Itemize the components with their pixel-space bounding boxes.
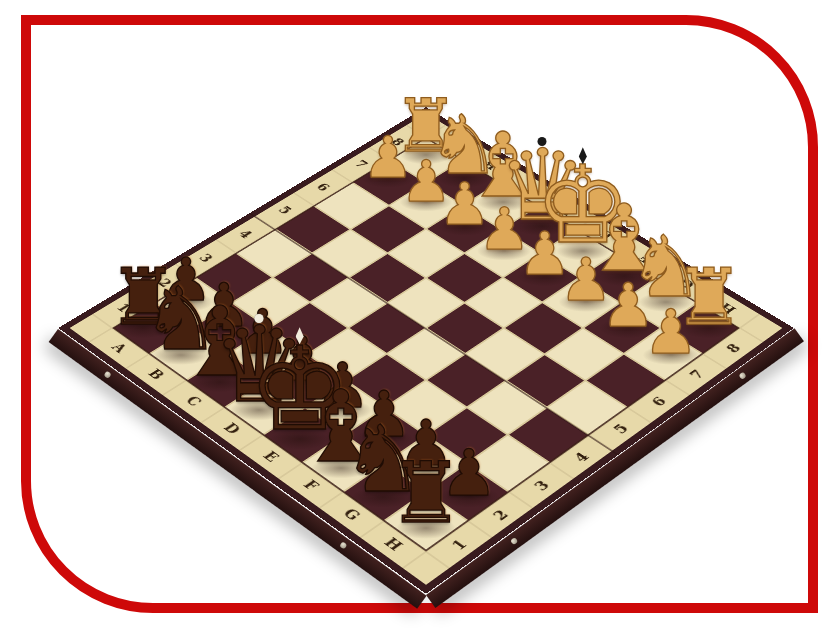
king-finial — [578, 147, 587, 164]
product-photo[interactable]: ABCDEFGH8877665544332211ABCDEFGH ♜♞♝♛♚♝♞… — [0, 0, 840, 630]
chess-board: ABCDEFGH8877665544332211ABCDEFGH — [58, 107, 793, 594]
board-scene: ABCDEFGH8877665544332211ABCDEFGH ♜♞♝♛♚♝♞… — [0, 0, 840, 630]
queen-finial — [538, 137, 547, 146]
